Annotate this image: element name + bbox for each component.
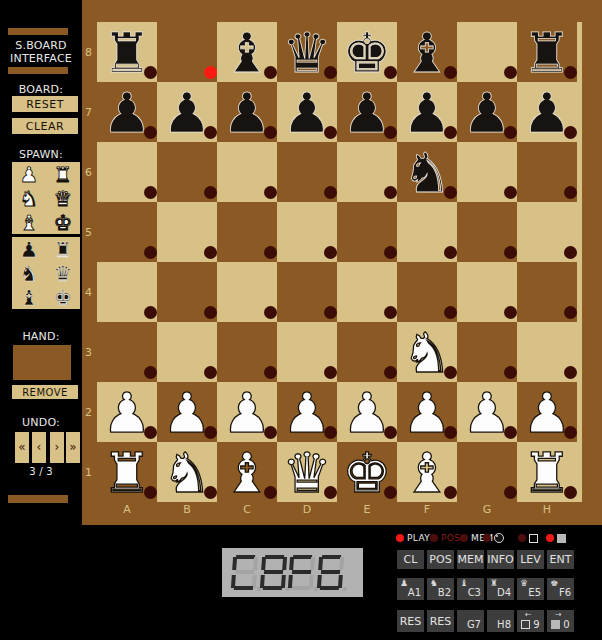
piece-white-pawn[interactable]: ♟ — [397, 382, 457, 442]
keypad-button-res[interactable]: RES — [427, 610, 454, 632]
piece-white-bishop[interactable]: ♝ — [397, 442, 457, 502]
remove-button[interactable]: REMOVE — [12, 385, 78, 399]
square-c5[interactable] — [217, 202, 277, 262]
file-label-b: B — [157, 503, 217, 517]
square-a8[interactable]: ♜ — [97, 22, 157, 82]
board-panel: ♜♝♛♚♝♜♟♟♟♟♟♟♟♟♞♞♟♟♟♟♟♟♟♟♜♞♝♛♚♝♜ 87654321… — [82, 0, 602, 525]
display-digit-4 — [316, 555, 343, 590]
pos-led-label: POS — [441, 533, 460, 543]
square-outline-icon — [521, 620, 530, 629]
keypad-button-a1[interactable]: ♟A1 — [397, 578, 424, 600]
sensor-dot — [144, 306, 157, 319]
square-g5[interactable] — [457, 202, 517, 262]
sensor-dot — [264, 366, 277, 379]
rank-label-4: 4 — [82, 262, 95, 322]
sensor-dot — [504, 486, 517, 499]
spawn-black-queen[interactable]: ♛ — [46, 261, 80, 285]
arrow-right-icon: → — [555, 610, 562, 619]
accent-bar-title — [8, 67, 68, 74]
rank-label-8: 8 — [82, 22, 95, 82]
square-a3[interactable] — [97, 322, 157, 382]
square-e7[interactable]: ♟ — [337, 82, 397, 142]
file-label-f: F — [397, 503, 457, 517]
keypad-button-c3[interactable]: ♝C3 — [457, 578, 484, 600]
segment-g — [292, 570, 311, 574]
spawn-white-king[interactable]: ♚ — [46, 210, 80, 234]
segment-f — [318, 557, 323, 570]
redo-all-button[interactable]: » — [66, 432, 80, 463]
piece-black-rook[interactable]: ♜ — [517, 22, 577, 82]
square-d4[interactable] — [277, 262, 337, 322]
rank-label-5: 5 — [82, 202, 95, 262]
piece-white-knight[interactable]: ♞ — [157, 442, 217, 502]
spawn-piece-glyph: ♛ — [54, 187, 73, 211]
indicator-white-side — [518, 533, 538, 543]
clock-icon — [494, 533, 504, 543]
square-d5[interactable] — [277, 202, 337, 262]
piece-black-pawn[interactable]: ♟ — [157, 82, 217, 142]
piece-black-bishop[interactable]: ♝ — [397, 22, 457, 82]
square-a1[interactable]: ♜ — [97, 442, 157, 502]
sensor-dot — [504, 306, 517, 319]
seven-segment-display — [222, 548, 363, 597]
square-e8[interactable]: ♚ — [337, 22, 397, 82]
keypad-button-lev[interactable]: LEV — [517, 550, 544, 569]
indicator-clock — [483, 533, 504, 543]
square-f7[interactable]: ♟ — [397, 82, 457, 142]
accent-bar-bottom — [8, 495, 68, 503]
play-led — [396, 534, 404, 542]
spawn-black-king[interactable]: ♚ — [46, 285, 80, 309]
piece-black-pawn[interactable]: ♟ — [457, 82, 517, 142]
piece-white-rook[interactable]: ♜ — [97, 442, 157, 502]
indicator-pos: POS — [430, 533, 460, 543]
hand-box[interactable] — [13, 345, 71, 380]
square-c8[interactable]: ♝ — [217, 22, 277, 82]
spawn-piece-glyph: ♟ — [20, 163, 39, 187]
piece-black-queen[interactable]: ♛ — [277, 22, 337, 82]
file-label-g: G — [457, 503, 517, 517]
keypad-digit: 0 — [563, 619, 569, 630]
sensor-dot — [204, 186, 217, 199]
square-b3[interactable] — [157, 322, 217, 382]
spawn-piece-glyph: ♚ — [54, 211, 73, 235]
spawn-white-knight[interactable]: ♞ — [12, 186, 46, 210]
piece-black-pawn[interactable]: ♟ — [397, 82, 457, 142]
piece-black-pawn[interactable]: ♟ — [517, 82, 577, 142]
keypad-label: G7 — [467, 619, 481, 630]
keypad-button-info[interactable]: INFO — [487, 550, 514, 569]
segment-f — [261, 557, 266, 570]
sensor-dot — [384, 186, 397, 199]
keypad-label: 0 — [547, 619, 574, 630]
indicator-black-side — [546, 533, 566, 543]
play-led-label: PLAY — [407, 533, 430, 543]
square-b6[interactable] — [157, 142, 217, 202]
keypad-label: H8 — [497, 619, 511, 630]
square-f5[interactable] — [397, 202, 457, 262]
rank-label-1: 1 — [82, 442, 95, 502]
board-edge-line — [577, 22, 582, 502]
decimal-point-ghost — [342, 587, 346, 591]
app-title: S.BOARD INTERFACE — [0, 39, 82, 65]
square-filled-icon — [551, 620, 560, 629]
sensor-dot — [324, 186, 337, 199]
sensor-dot — [264, 306, 277, 319]
segment-e — [259, 575, 264, 588]
square-f8[interactable]: ♝ — [397, 22, 457, 82]
keypad-button-res[interactable]: RES — [397, 610, 424, 632]
keypad-button-mem[interactable]: MEM — [457, 550, 484, 569]
square-e5[interactable] — [337, 202, 397, 262]
square-d2[interactable]: ♟ — [277, 382, 337, 442]
hand-section-label: HAND: — [0, 330, 82, 343]
keypad-button-pos[interactable]: POS — [427, 550, 454, 569]
square-h1[interactable]: ♜ — [517, 442, 577, 502]
piece-white-queen[interactable]: ♛ — [277, 442, 337, 502]
queen-icon: ♛ — [520, 579, 528, 588]
segment-a — [293, 555, 312, 559]
sensor-dot — [504, 66, 517, 79]
keypad-label: C3 — [468, 587, 481, 598]
keypad-button-f6[interactable]: ♚F6 — [547, 578, 574, 600]
square-g4[interactable] — [457, 262, 517, 322]
rank-label-3: 3 — [82, 322, 95, 382]
spawn-piece-glyph: ♝ — [20, 211, 39, 235]
indicator-play: PLAY — [396, 533, 430, 543]
square-b1[interactable]: ♞ — [157, 442, 217, 502]
piece-black-pawn[interactable]: ♟ — [97, 82, 157, 142]
sensor-dot — [204, 246, 217, 259]
square-c2[interactable]: ♟ — [217, 382, 277, 442]
sensor-dot — [384, 306, 397, 319]
board-section-label: BOARD: — [0, 83, 82, 96]
sensor-dot — [504, 246, 517, 259]
spawn-piece-glyph: ♝ — [20, 286, 39, 310]
square-c4[interactable] — [217, 262, 277, 322]
segment-a — [264, 555, 283, 559]
square-d6[interactable] — [277, 142, 337, 202]
square-f2[interactable]: ♟ — [397, 382, 457, 442]
keypad-button-d4[interactable]: ♜D4 — [487, 578, 514, 600]
king-icon: ♚ — [550, 579, 558, 588]
spawn-piece-glyph: ♜ — [54, 163, 73, 187]
piece-white-pawn[interactable]: ♟ — [217, 382, 277, 442]
black-side-led — [546, 534, 554, 542]
square-g6[interactable] — [457, 142, 517, 202]
square-h6[interactable] — [517, 142, 577, 202]
piece-black-knight[interactable]: ♞ — [397, 142, 457, 202]
file-label-h: H — [517, 503, 577, 517]
sensor-dot — [444, 306, 457, 319]
segment-b — [282, 557, 287, 570]
square-h4[interactable] — [517, 262, 577, 322]
sensor-dot — [144, 186, 157, 199]
display-digit-2 — [259, 555, 286, 590]
sensor-dot-active — [204, 66, 217, 79]
piece-white-pawn[interactable]: ♟ — [157, 382, 217, 442]
segment-f — [232, 557, 237, 570]
square-c1[interactable]: ♝ — [217, 442, 277, 502]
square-h8[interactable]: ♜ — [517, 22, 577, 82]
sensor-dot — [504, 186, 517, 199]
sensor-dot — [564, 366, 577, 379]
clear-button[interactable]: CLEAR — [12, 118, 78, 134]
mem-led — [460, 534, 468, 542]
accent-bar-top — [8, 28, 68, 35]
app-title-line2: INTERFACE — [0, 52, 82, 65]
keypad-label: D4 — [497, 587, 511, 598]
square-c3[interactable] — [217, 322, 277, 382]
keypad-label: B2 — [438, 587, 451, 598]
sensor-dot — [324, 306, 337, 319]
piece-white-pawn[interactable]: ♟ — [277, 382, 337, 442]
sensor-dot — [504, 366, 517, 379]
spawn-black-pawn[interactable]: ♟ — [12, 237, 46, 261]
square-h7[interactable]: ♟ — [517, 82, 577, 142]
sensor-dot — [144, 366, 157, 379]
rank-label-7: 7 — [82, 82, 95, 142]
square-e3[interactable] — [337, 322, 397, 382]
spawn-black-knight[interactable]: ♞ — [12, 261, 46, 285]
square-a7[interactable]: ♟ — [97, 82, 157, 142]
piece-white-knight[interactable]: ♞ — [397, 322, 457, 382]
spawn-white-rook[interactable]: ♜ — [46, 162, 80, 186]
sensor-dot — [204, 306, 217, 319]
chess-board: ♜♝♛♚♝♜♟♟♟♟♟♟♟♟♞♞♟♟♟♟♟♟♟♟♜♞♝♛♚♝♜ — [97, 22, 577, 502]
keypad-button-h8[interactable]: H8 — [487, 610, 514, 632]
piece-white-pawn[interactable]: ♟ — [517, 382, 577, 442]
piece-white-king[interactable]: ♚ — [337, 442, 397, 502]
square-g8[interactable] — [457, 22, 517, 82]
file-label-e: E — [337, 503, 397, 517]
piece-white-pawn[interactable]: ♟ — [457, 382, 517, 442]
square-g2[interactable]: ♟ — [457, 382, 517, 442]
piece-white-bishop[interactable]: ♝ — [217, 442, 277, 502]
display-digit-1 — [231, 555, 258, 590]
segment-d — [262, 586, 281, 590]
arrow-left-icon: ← — [525, 610, 532, 619]
sidebar: S.BOARD INTERFACE BOARD: RESET CLEAR SPA… — [0, 0, 82, 640]
square-d7[interactable]: ♟ — [277, 82, 337, 142]
sensor-dot — [144, 246, 157, 259]
spawn-piece-glyph: ♛ — [54, 262, 73, 286]
square-c6[interactable] — [217, 142, 277, 202]
square-g3[interactable] — [457, 322, 517, 382]
display-digit-3 — [288, 555, 315, 590]
segment-f — [289, 557, 294, 570]
app-title-line1: S.BOARD — [0, 39, 82, 52]
keypad-button-0[interactable]: →0 — [547, 610, 574, 632]
spawn-black-bishop[interactable]: ♝ — [12, 285, 46, 309]
clock-led — [483, 534, 491, 542]
sensor-dot — [564, 306, 577, 319]
square-a2[interactable]: ♟ — [97, 382, 157, 442]
spawn-palette-black: ♟♜♞♛♝♚ — [12, 237, 80, 309]
piece-white-pawn[interactable]: ♟ — [337, 382, 397, 442]
segment-g — [320, 570, 339, 574]
keypad-label: F6 — [559, 587, 571, 598]
sensor-dot — [564, 186, 577, 199]
segment-g — [263, 570, 282, 574]
square-f6[interactable]: ♞ — [397, 142, 457, 202]
square-c7[interactable]: ♟ — [217, 82, 277, 142]
file-label-c: C — [217, 503, 277, 517]
piece-black-pawn[interactable]: ♟ — [337, 82, 397, 142]
piece-black-pawn[interactable]: ♟ — [217, 82, 277, 142]
square-outline-icon — [529, 534, 538, 543]
keypad-digit: 9 — [533, 619, 539, 630]
keypad-button-g7[interactable]: G7 — [457, 610, 484, 632]
spawn-piece-glyph: ♞ — [20, 262, 39, 286]
square-filled-icon — [557, 534, 566, 543]
square-d8[interactable]: ♛ — [277, 22, 337, 82]
spawn-section-label: SPAWN: — [0, 148, 82, 161]
segment-a — [236, 555, 255, 559]
piece-black-pawn[interactable]: ♟ — [277, 82, 337, 142]
segment-d — [234, 586, 253, 590]
keypad-label: E5 — [528, 587, 541, 598]
spawn-white-queen[interactable]: ♛ — [46, 186, 80, 210]
piece-black-bishop[interactable]: ♝ — [217, 22, 277, 82]
sensor-dot — [264, 186, 277, 199]
square-h2[interactable]: ♟ — [517, 382, 577, 442]
square-e4[interactable] — [337, 262, 397, 322]
square-e1[interactable]: ♚ — [337, 442, 397, 502]
segment-d — [319, 586, 338, 590]
keypad-button-e5[interactable]: ♛E5 — [517, 578, 544, 600]
square-b8[interactable] — [157, 22, 217, 82]
piece-black-rook[interactable]: ♜ — [97, 22, 157, 82]
white-side-led — [518, 534, 526, 542]
sensor-dot — [204, 366, 217, 379]
spawn-black-rook[interactable]: ♜ — [46, 237, 80, 261]
sensor-dot — [444, 246, 457, 259]
undo-button[interactable]: ‹ — [32, 432, 46, 463]
keypad-label: 9 — [517, 619, 544, 630]
segment-d — [291, 586, 310, 590]
sensor-dot — [384, 366, 397, 379]
spawn-palette-white: ♟♜♞♛♝♚ — [12, 162, 80, 234]
square-h3[interactable] — [517, 322, 577, 382]
square-d3[interactable] — [277, 322, 337, 382]
segment-b — [310, 557, 315, 570]
square-a4[interactable] — [97, 262, 157, 322]
spawn-white-bishop[interactable]: ♝ — [12, 210, 46, 234]
pos-led — [430, 534, 438, 542]
sensor-dot — [264, 246, 277, 259]
reset-button[interactable]: RESET — [12, 96, 78, 112]
segment-e — [316, 575, 321, 588]
square-b7[interactable]: ♟ — [157, 82, 217, 142]
square-h5[interactable] — [517, 202, 577, 262]
sensor-dot — [564, 246, 577, 259]
rank-label-6: 6 — [82, 142, 95, 202]
sensor-dot — [324, 246, 337, 259]
square-f1[interactable]: ♝ — [397, 442, 457, 502]
spawn-piece-glyph: ♜ — [54, 238, 73, 262]
keypad-console: PLAYPOSMEMCLPOSMEMINFOLEVENT♟A1♞B2♝C3♜D4… — [390, 528, 602, 640]
undo-section-label: UNDO: — [0, 416, 82, 429]
spawn-white-pawn[interactable]: ♟ — [12, 162, 46, 186]
square-f4[interactable] — [397, 262, 457, 322]
undo-all-button[interactable]: « — [15, 432, 29, 463]
sensor-dot — [324, 366, 337, 379]
keypad-label: A1 — [408, 587, 421, 598]
sensor-dot — [384, 246, 397, 259]
piece-white-rook[interactable]: ♜ — [517, 442, 577, 502]
square-f3[interactable]: ♞ — [397, 322, 457, 382]
square-g7[interactable]: ♟ — [457, 82, 517, 142]
spawn-piece-glyph: ♚ — [54, 286, 73, 310]
square-e2[interactable]: ♟ — [337, 382, 397, 442]
keypad-button-cl[interactable]: CL — [397, 550, 424, 569]
keypad-button-b2[interactable]: ♞B2 — [427, 578, 454, 600]
segment-a — [321, 555, 340, 559]
segment-b — [253, 557, 258, 570]
square-g1[interactable] — [457, 442, 517, 502]
square-b4[interactable] — [157, 262, 217, 322]
square-d1[interactable]: ♛ — [277, 442, 337, 502]
square-e6[interactable] — [337, 142, 397, 202]
file-label-d: D — [277, 503, 337, 517]
square-b2[interactable]: ♟ — [157, 382, 217, 442]
segment-b — [339, 557, 344, 570]
rank-label-2: 2 — [82, 382, 95, 442]
spawn-piece-glyph: ♟ — [20, 238, 39, 262]
keypad-button-ent[interactable]: ENT — [547, 550, 574, 569]
segment-g — [235, 570, 254, 574]
piece-white-pawn[interactable]: ♟ — [97, 382, 157, 442]
square-a6[interactable] — [97, 142, 157, 202]
redo-button[interactable]: › — [50, 432, 64, 463]
undo-counter: 3 / 3 — [0, 466, 82, 477]
file-label-a: A — [97, 503, 157, 517]
square-a5[interactable] — [97, 202, 157, 262]
keypad-button-9[interactable]: ←9 — [517, 610, 544, 632]
spawn-piece-glyph: ♞ — [20, 187, 39, 211]
square-b5[interactable] — [157, 202, 217, 262]
piece-black-king[interactable]: ♚ — [337, 22, 397, 82]
